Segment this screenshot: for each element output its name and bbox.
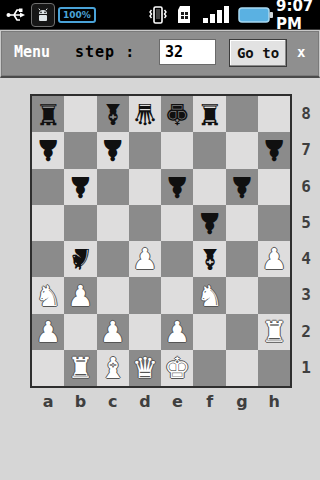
square-h4[interactable]: ♟ — [258, 241, 290, 277]
rank-label-7: 7 — [296, 132, 316, 168]
piece-black-pawn: ♟ — [229, 169, 255, 205]
signal-icon — [202, 0, 232, 29]
square-g1[interactable] — [226, 350, 258, 386]
piece-white-bishop: ♝ — [100, 350, 126, 386]
square-c1[interactable]: ♝ — [97, 350, 129, 386]
piece-black-pawn: ♟ — [197, 205, 223, 241]
square-c5[interactable] — [97, 205, 129, 241]
close-button[interactable]: x — [297, 44, 305, 60]
square-d7[interactable] — [129, 132, 161, 168]
step-input[interactable] — [159, 39, 216, 65]
square-g2[interactable] — [226, 314, 258, 350]
menu-button[interactable]: Menu — [14, 43, 50, 61]
rank-label-5: 5 — [296, 205, 316, 241]
piece-black-pawn: ♟ — [67, 169, 93, 205]
piece-black-king: ♚ — [164, 96, 190, 132]
battery-icon — [238, 0, 274, 29]
square-d5[interactable] — [129, 205, 161, 241]
square-c6[interactable] — [97, 169, 129, 205]
file-label-d: d — [129, 392, 161, 411]
file-label-e: e — [161, 392, 193, 411]
piece-black-bishop: ♝ — [100, 96, 126, 132]
square-f4[interactable]: ♝ — [193, 241, 225, 277]
rank-labels: 87654321 — [296, 96, 316, 386]
square-b6[interactable]: ♟ — [64, 169, 96, 205]
sdcard-icon — [175, 0, 193, 29]
square-f7[interactable] — [193, 132, 225, 168]
square-b5[interactable] — [64, 205, 96, 241]
square-b2[interactable] — [64, 314, 96, 350]
piece-black-rook: ♜ — [35, 96, 61, 132]
rank-label-6: 6 — [296, 169, 316, 205]
goto-button[interactable]: Go to — [229, 39, 287, 67]
square-h3[interactable] — [258, 277, 290, 313]
square-a4[interactable] — [32, 241, 64, 277]
square-d2[interactable] — [129, 314, 161, 350]
square-d3[interactable] — [129, 277, 161, 313]
square-c4[interactable] — [97, 241, 129, 277]
square-f1[interactable] — [193, 350, 225, 386]
piece-white-pawn: ♟ — [132, 241, 158, 277]
square-e8[interactable]: ♚ — [161, 96, 193, 132]
clock-text: 9:07 PM — [276, 0, 320, 33]
file-label-f: f — [193, 392, 225, 411]
square-e3[interactable] — [161, 277, 193, 313]
file-labels: abcdefgh — [32, 392, 290, 411]
square-g5[interactable] — [226, 205, 258, 241]
square-c2[interactable]: ♟ — [97, 314, 129, 350]
square-a8[interactable]: ♜ — [32, 96, 64, 132]
clock: 9:07 PM — [276, 0, 320, 29]
square-g4[interactable] — [226, 241, 258, 277]
chess-board: ♜♝♛♚♜♟♟♟♟♟♟♟♞♟♝♟♞♟♞♟♟♟♜♜♝♛♚ — [30, 94, 292, 388]
piece-white-knight: ♞ — [197, 278, 223, 314]
rank-label-1: 1 — [296, 350, 316, 386]
android-icon — [31, 0, 55, 29]
vibrate-icon — [147, 0, 169, 29]
square-f2[interactable] — [193, 314, 225, 350]
square-g7[interactable] — [226, 132, 258, 168]
square-e1[interactable]: ♚ — [161, 350, 193, 386]
square-c3[interactable] — [97, 277, 129, 313]
piece-black-pawn: ♟ — [35, 132, 61, 168]
square-b4[interactable]: ♞ — [64, 241, 96, 277]
square-a5[interactable] — [32, 205, 64, 241]
battery-percent-icon: 100% — [58, 0, 96, 29]
square-h8[interactable] — [258, 96, 290, 132]
square-h7[interactable]: ♟ — [258, 132, 290, 168]
square-g3[interactable] — [226, 277, 258, 313]
square-e2[interactable]: ♟ — [161, 314, 193, 350]
rank-label-3: 3 — [296, 277, 316, 313]
piece-white-pawn: ♟ — [164, 314, 190, 350]
square-a2[interactable]: ♟ — [32, 314, 64, 350]
piece-white-rook: ♜ — [67, 350, 93, 386]
rank-label-4: 4 — [296, 241, 316, 277]
square-a1[interactable] — [32, 350, 64, 386]
app-screen: 100% — [0, 0, 320, 480]
square-d4[interactable]: ♟ — [129, 241, 161, 277]
square-b7[interactable] — [64, 132, 96, 168]
piece-black-pawn: ♟ — [100, 132, 126, 168]
square-e6[interactable]: ♟ — [161, 169, 193, 205]
square-f6[interactable] — [193, 169, 225, 205]
piece-black-bishop: ♝ — [197, 241, 223, 277]
square-e4[interactable] — [161, 241, 193, 277]
file-label-g: g — [226, 392, 258, 411]
file-label-h: h — [258, 392, 290, 411]
square-a7[interactable]: ♟ — [32, 132, 64, 168]
piece-white-pawn: ♟ — [35, 314, 61, 350]
square-a3[interactable]: ♞ — [32, 277, 64, 313]
piece-black-queen: ♛ — [132, 96, 158, 132]
square-d1[interactable]: ♛ — [129, 350, 161, 386]
square-a6[interactable] — [32, 169, 64, 205]
square-f5[interactable]: ♟ — [193, 205, 225, 241]
square-c8[interactable]: ♝ — [97, 96, 129, 132]
piece-white-pawn: ♟ — [261, 241, 287, 277]
square-g8[interactable] — [226, 96, 258, 132]
square-d8[interactable]: ♛ — [129, 96, 161, 132]
piece-black-rook: ♜ — [197, 96, 223, 132]
square-e5[interactable] — [161, 205, 193, 241]
piece-black-knight: ♞ — [67, 241, 93, 277]
file-label-b: b — [64, 392, 96, 411]
square-b8[interactable] — [64, 96, 96, 132]
square-f8[interactable]: ♜ — [193, 96, 225, 132]
piece-white-pawn: ♟ — [100, 314, 126, 350]
piece-white-rook: ♜ — [261, 314, 287, 350]
rank-label-8: 8 — [296, 96, 316, 132]
square-h5[interactable] — [258, 205, 290, 241]
status-bar: 100% — [0, 0, 320, 30]
rank-label-2: 2 — [296, 314, 316, 350]
piece-white-knight: ♞ — [35, 278, 61, 314]
battery-percent-label: 100% — [58, 7, 96, 23]
piece-black-pawn: ♟ — [261, 132, 287, 168]
step-label: step : — [75, 43, 135, 61]
square-h2[interactable]: ♜ — [258, 314, 290, 350]
usb-icon — [6, 0, 26, 29]
square-h6[interactable] — [258, 169, 290, 205]
piece-white-pawn: ♟ — [67, 278, 93, 314]
toolbar: Menu step : Go to x — [0, 30, 320, 78]
square-g6[interactable]: ♟ — [226, 169, 258, 205]
square-c7[interactable]: ♟ — [97, 132, 129, 168]
file-label-c: c — [97, 392, 129, 411]
square-h1[interactable] — [258, 350, 290, 386]
square-b1[interactable]: ♜ — [64, 350, 96, 386]
square-b3[interactable]: ♟ — [64, 277, 96, 313]
file-label-a: a — [32, 392, 64, 411]
square-e7[interactable] — [161, 132, 193, 168]
piece-white-queen: ♛ — [132, 350, 158, 386]
square-d6[interactable] — [129, 169, 161, 205]
square-f3[interactable]: ♞ — [193, 277, 225, 313]
piece-white-king: ♚ — [164, 350, 190, 386]
piece-black-pawn: ♟ — [164, 169, 190, 205]
